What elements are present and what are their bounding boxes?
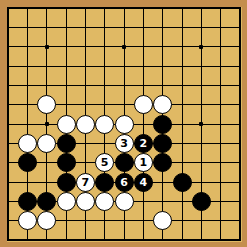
stone-black[interactable] (57, 173, 76, 192)
stone-white[interactable] (57, 115, 76, 134)
stone-white[interactable] (57, 192, 76, 211)
move-number-label: 1 (140, 157, 148, 168)
grid-line-vertical (239, 7, 241, 241)
star-point (45, 45, 49, 49)
stone-white[interactable] (95, 192, 114, 211)
move-number-label: 4 (140, 176, 148, 187)
stone-white[interactable] (115, 115, 134, 134)
stone-white[interactable] (37, 134, 56, 153)
stone-black[interactable] (115, 153, 134, 172)
move-number-label: 5 (101, 157, 109, 168)
stone-black[interactable]: 6 (115, 173, 134, 192)
grid-line-vertical (182, 7, 183, 241)
stone-black[interactable] (18, 153, 37, 172)
stone-white[interactable] (18, 134, 37, 153)
grid-line-vertical (143, 7, 144, 241)
stone-black[interactable] (57, 153, 76, 172)
star-point (122, 45, 126, 49)
stone-black[interactable] (153, 134, 172, 153)
stone-black[interactable]: 2 (134, 134, 153, 153)
stone-black[interactable] (37, 192, 56, 211)
stone-white[interactable] (134, 95, 153, 114)
grid-line-vertical (220, 7, 221, 241)
stone-white[interactable] (76, 115, 95, 134)
star-point (199, 122, 203, 126)
stone-white[interactable]: 3 (115, 134, 134, 153)
stone-black[interactable] (57, 134, 76, 153)
move-number-label: 7 (82, 176, 90, 187)
stone-white[interactable]: 7 (76, 173, 95, 192)
stone-white[interactable] (76, 192, 95, 211)
move-number-label: 6 (120, 176, 128, 187)
stone-black[interactable] (18, 192, 37, 211)
go-diagram: 3251764 (0, 0, 247, 247)
stone-black[interactable] (192, 192, 211, 211)
stone-black[interactable] (153, 115, 172, 134)
stone-black[interactable] (173, 173, 192, 192)
move-number-label: 3 (120, 137, 128, 148)
grid-line-horizontal (7, 239, 241, 241)
stone-white[interactable] (95, 115, 114, 134)
stone-white[interactable] (115, 192, 134, 211)
stone-white[interactable]: 1 (134, 153, 153, 172)
move-number-label: 2 (140, 137, 148, 148)
stone-black[interactable]: 4 (134, 173, 153, 192)
stone-white[interactable] (18, 211, 37, 230)
star-point (45, 122, 49, 126)
star-point (199, 45, 203, 49)
stone-black[interactable] (95, 173, 114, 192)
